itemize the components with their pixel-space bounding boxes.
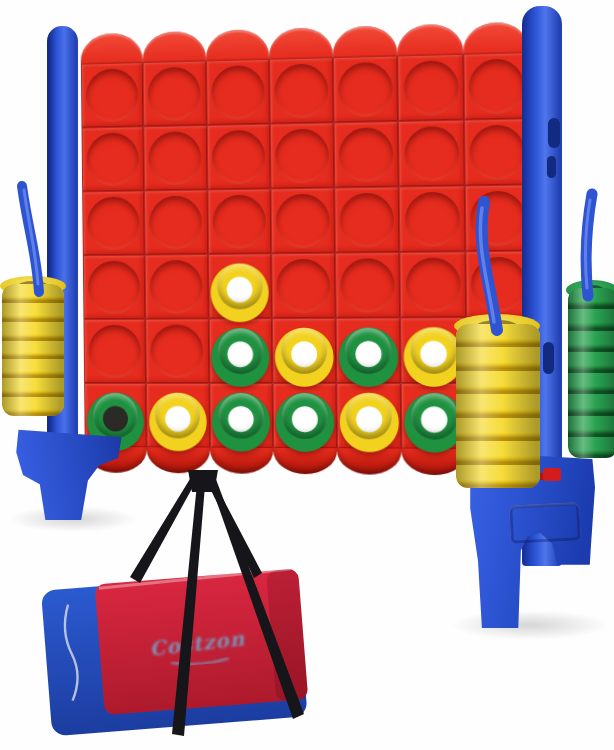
empty-hole xyxy=(274,63,328,118)
stacked-ring xyxy=(2,322,64,341)
cell-r3c1[interactable] xyxy=(82,190,145,255)
stacked-ring xyxy=(2,359,64,378)
strap-left-top xyxy=(130,474,200,583)
stacked-ring xyxy=(456,465,540,488)
cell-r2c5[interactable] xyxy=(334,121,399,187)
cell-r3c6[interactable] xyxy=(399,185,465,252)
left-ring-toss-pole-highlight xyxy=(24,190,38,284)
cell-r3c2[interactable] xyxy=(144,189,207,254)
stacked-ring xyxy=(2,303,64,322)
strap-right-long xyxy=(207,474,304,719)
cell-r6c2[interactable]: ●● xyxy=(146,383,209,448)
empty-hole xyxy=(276,258,330,312)
disc-center-glyph: ● xyxy=(341,388,398,444)
empty-hole xyxy=(405,257,460,312)
green-disc: ●● xyxy=(88,387,143,442)
stacked-ring xyxy=(2,378,64,397)
empty-hole xyxy=(88,324,141,377)
cell-r2c3[interactable] xyxy=(206,124,270,190)
right-foot-shadow xyxy=(450,610,610,640)
empty-hole xyxy=(148,66,201,121)
scallop-arc xyxy=(463,22,529,54)
cell-r6c4[interactable]: ●● xyxy=(272,383,337,448)
yellow-disc: ●● xyxy=(341,388,398,444)
green-disc: ●● xyxy=(213,387,269,443)
scallop-arc xyxy=(333,25,398,57)
product-photo-connect-four-set: ●●●●●●●●●●●●●●●●●●●●●● xyxy=(0,0,614,750)
bag-logo-underline xyxy=(171,658,229,666)
empty-hole xyxy=(212,194,266,248)
bag-drawcord xyxy=(63,604,79,700)
cell-r2c4[interactable] xyxy=(270,122,335,188)
empty-hole xyxy=(470,190,526,246)
empty-hole xyxy=(340,258,395,313)
cell-r1c2[interactable] xyxy=(143,61,206,127)
cell-r2c2[interactable] xyxy=(144,125,207,190)
bag-straps xyxy=(130,470,304,736)
bag-blue-shell xyxy=(41,571,308,737)
post-slot-hole xyxy=(547,156,556,178)
post-slot-hole xyxy=(543,342,554,374)
stacked-ring xyxy=(568,416,614,437)
empty-hole xyxy=(87,132,140,186)
stacked-ring xyxy=(456,347,540,370)
cell-r1c5[interactable] xyxy=(333,56,398,123)
foot-embossed-plate xyxy=(509,502,581,544)
empty-hole xyxy=(404,191,459,246)
disc-center-glyph: ● xyxy=(277,387,333,443)
stacked-ring xyxy=(568,288,614,309)
empty-hole xyxy=(151,324,204,378)
empty-hole xyxy=(149,131,202,185)
strap-left-long xyxy=(172,474,206,736)
cell-r6c3[interactable]: ●● xyxy=(209,383,273,448)
cell-r1c4[interactable] xyxy=(269,57,334,123)
disc-center-glyph: ● xyxy=(405,388,463,445)
stacked-ring xyxy=(2,341,64,360)
empty-hole xyxy=(470,256,526,311)
stacked-ring xyxy=(568,331,614,352)
stacked-ring xyxy=(456,371,540,394)
right-green-ring-stack xyxy=(568,288,614,458)
stacked-ring xyxy=(568,352,614,373)
bag-logo: Costzon xyxy=(148,626,246,661)
bag-right-shading xyxy=(266,568,308,701)
stacked-ring xyxy=(456,394,540,417)
bag-top-highlight xyxy=(99,569,291,588)
empty-hole xyxy=(404,125,459,181)
post-slot-hole xyxy=(548,118,560,148)
right-green-ring-toss-pole-highlight xyxy=(585,200,590,288)
empty-hole xyxy=(340,192,395,247)
cell-r1c3[interactable] xyxy=(206,59,270,125)
cell-r2c6[interactable] xyxy=(398,120,464,187)
stacked-ring xyxy=(568,394,614,415)
green-disc: ●● xyxy=(405,388,463,445)
empty-hole xyxy=(338,61,393,117)
stacked-ring xyxy=(456,324,540,347)
stacked-ring xyxy=(568,437,614,458)
bag-red-front-panel xyxy=(95,568,309,715)
empty-hole xyxy=(339,127,394,182)
bag-body: Costzon xyxy=(41,568,310,736)
stacked-ring xyxy=(2,397,64,416)
empty-hole xyxy=(469,124,525,180)
disc-center-glyph: ● xyxy=(150,387,205,443)
strap-right-top xyxy=(203,474,262,578)
scallop-arc xyxy=(81,33,143,64)
scallop-arc xyxy=(397,23,463,55)
disc-center-glyph: ● xyxy=(88,387,143,442)
stacked-ring xyxy=(568,309,614,330)
scallop-arc xyxy=(143,31,206,62)
yellow-disc: ●● xyxy=(150,387,205,443)
empty-hole xyxy=(403,60,458,116)
empty-hole xyxy=(150,259,203,313)
red-latch-knob xyxy=(543,468,561,481)
stacked-ring xyxy=(2,284,64,303)
empty-hole xyxy=(468,58,524,114)
cell-r6c5[interactable]: ●● xyxy=(336,383,401,449)
cell-r2c7[interactable] xyxy=(464,118,531,185)
scallop-arc xyxy=(269,27,333,59)
cell-r4c2[interactable] xyxy=(145,254,208,319)
cell-r1c6[interactable] xyxy=(398,54,464,121)
empty-hole xyxy=(211,129,265,184)
green-disc: ●● xyxy=(277,387,333,443)
stacked-ring xyxy=(456,418,540,441)
empty-hole xyxy=(149,195,202,249)
cell-r3c5[interactable] xyxy=(334,187,399,253)
stacked-ring xyxy=(568,373,614,394)
cell-r1c7[interactable] xyxy=(463,52,530,120)
cell-r1c1[interactable] xyxy=(81,62,144,127)
disc-center-glyph: ● xyxy=(213,387,269,443)
empty-hole xyxy=(86,68,139,122)
empty-hole xyxy=(88,260,141,314)
empty-hole xyxy=(87,196,140,250)
cell-r3c4[interactable] xyxy=(270,188,335,254)
empty-hole xyxy=(276,193,330,248)
cell-r2c1[interactable] xyxy=(82,126,145,191)
right-yellow-ring-stack xyxy=(456,324,540,488)
scallop-arc xyxy=(205,29,269,61)
cell-r4c1[interactable] xyxy=(83,255,146,320)
left-yellow-ring-stack xyxy=(2,284,64,416)
empty-hole xyxy=(211,64,265,119)
empty-hole xyxy=(275,128,329,183)
stacked-ring xyxy=(456,441,540,464)
